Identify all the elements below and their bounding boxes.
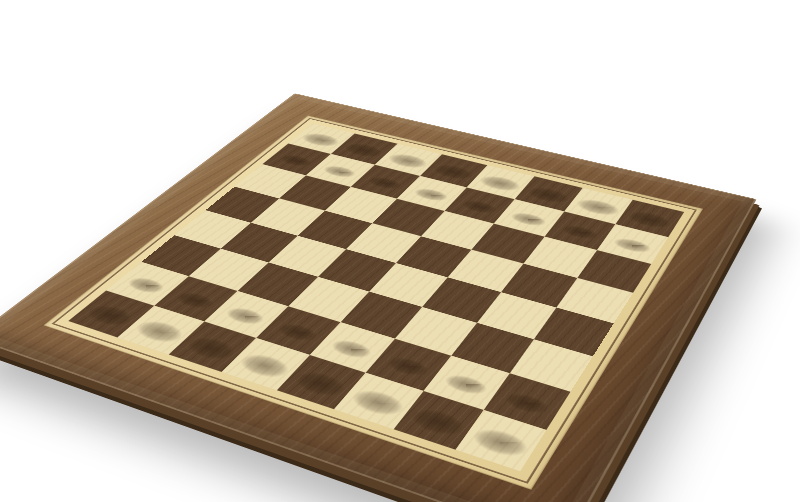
chess-board: ♜♞♝♛♚♝♞♜♟♟♟♟♟♟♟♟♟♟♟♟♟♟♟♟♜♞♝♛♚♝♞♜ — [0, 93, 757, 502]
piece-shadow — [507, 210, 548, 228]
piece-shadow — [221, 305, 268, 328]
piece-shadow — [346, 386, 409, 420]
piece-shadow — [458, 198, 499, 215]
piece-shadow — [611, 236, 654, 255]
board-grid: ♜♞♝♛♚♝♞♜♟♟♟♟♟♟♟♟♟♟♟♟♟♟♟♟♜♞♝♛♚♝♞♜ — [68, 124, 684, 472]
piece-shadow — [558, 223, 600, 242]
piece-shadow — [440, 371, 490, 397]
board-border: ♜♞♝♛♚♝♞♜♟♟♟♟♟♟♟♟♟♟♟♟♟♟♟♟♜♞♝♛♚♝♞♜ — [44, 115, 703, 489]
scene: ♜♞♝♛♚♝♞♜♟♟♟♟♟♟♟♟♟♟♟♟♟♟♟♟♜♞♝♛♚♝♞♜ — [0, 0, 800, 502]
piece-shadow — [320, 164, 359, 180]
piece-shadow — [234, 350, 295, 381]
piece-shadow — [130, 317, 189, 346]
piece-shadow — [181, 333, 241, 363]
piece-shadow — [123, 275, 168, 296]
piece-shadow — [297, 131, 343, 149]
piece-shadow — [406, 405, 470, 440]
piece-shadow — [273, 320, 321, 343]
piece-shadow — [383, 354, 432, 379]
square-b1: ♞ — [118, 306, 205, 355]
square-b4 — [221, 223, 298, 263]
piece-shadow — [364, 175, 404, 191]
piece-shadow — [501, 390, 552, 417]
piece-shadow — [289, 368, 351, 401]
piece-shadow — [384, 151, 431, 170]
piece-shadow — [327, 337, 375, 361]
piece-shadow — [276, 153, 315, 168]
piece-shadow — [340, 141, 387, 160]
piece-shadow — [411, 186, 451, 203]
piece-shadow — [171, 289, 217, 311]
piece-shadow — [467, 424, 532, 461]
